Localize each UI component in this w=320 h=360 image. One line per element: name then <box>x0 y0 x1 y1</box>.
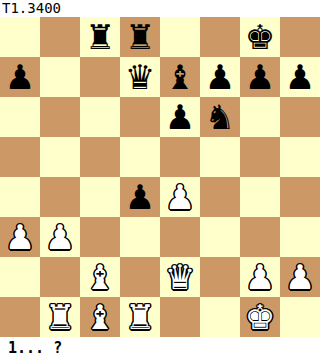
square-d2[interactable] <box>120 257 160 297</box>
square-d3[interactable] <box>120 217 160 257</box>
square-c8[interactable]: ♜ <box>80 17 120 57</box>
square-b3[interactable]: ♟ <box>40 217 80 257</box>
square-d4[interactable]: ♟ <box>120 177 160 217</box>
piece-white-rook: ♜ <box>125 297 155 337</box>
move-prompt: 1... ? <box>0 337 320 360</box>
square-e6[interactable]: ♟ <box>160 97 200 137</box>
square-d6[interactable] <box>120 97 160 137</box>
square-g1[interactable]: ♚ <box>240 297 280 337</box>
piece-white-pawn: ♟ <box>245 257 275 297</box>
piece-white-pawn: ♟ <box>45 217 75 257</box>
square-d8[interactable]: ♜ <box>120 17 160 57</box>
square-f8[interactable] <box>200 17 240 57</box>
piece-white-pawn: ♟ <box>285 257 315 297</box>
square-h7[interactable]: ♟ <box>280 57 320 97</box>
piece-white-king: ♚ <box>245 297 275 337</box>
square-h5[interactable] <box>280 137 320 177</box>
piece-white-pawn: ♟ <box>165 177 195 217</box>
square-f5[interactable] <box>200 137 240 177</box>
square-c1[interactable]: ♝ <box>80 297 120 337</box>
square-e4[interactable]: ♟ <box>160 177 200 217</box>
square-b1[interactable]: ♜ <box>40 297 80 337</box>
square-f2[interactable] <box>200 257 240 297</box>
piece-black-pawn: ♟ <box>5 57 35 97</box>
square-g5[interactable] <box>240 137 280 177</box>
square-f1[interactable] <box>200 297 240 337</box>
square-h3[interactable] <box>280 217 320 257</box>
square-f4[interactable] <box>200 177 240 217</box>
square-f3[interactable] <box>200 217 240 257</box>
piece-black-queen: ♛ <box>125 57 155 97</box>
square-a1[interactable] <box>0 297 40 337</box>
square-b7[interactable] <box>40 57 80 97</box>
square-a5[interactable] <box>0 137 40 177</box>
piece-white-bishop: ♝ <box>85 297 115 337</box>
square-h4[interactable] <box>280 177 320 217</box>
square-a7[interactable]: ♟ <box>0 57 40 97</box>
square-e8[interactable] <box>160 17 200 57</box>
chess-puzzle-window: T1.3400 ♜♜♚♟♛♝♟♟♟♟♞♟♟♟♟♝♛♟♟♜♝♜♚ 1... ? <box>0 0 320 360</box>
square-f7[interactable]: ♟ <box>200 57 240 97</box>
square-e7[interactable]: ♝ <box>160 57 200 97</box>
square-d5[interactable] <box>120 137 160 177</box>
piece-black-pawn: ♟ <box>125 177 155 217</box>
piece-white-rook: ♜ <box>45 297 75 337</box>
piece-white-bishop: ♝ <box>85 257 115 297</box>
piece-black-pawn: ♟ <box>245 57 275 97</box>
square-b2[interactable] <box>40 257 80 297</box>
puzzle-title: T1.3400 <box>0 0 320 17</box>
square-c6[interactable] <box>80 97 120 137</box>
piece-white-pawn: ♟ <box>5 217 35 257</box>
square-h2[interactable]: ♟ <box>280 257 320 297</box>
square-g4[interactable] <box>240 177 280 217</box>
square-c5[interactable] <box>80 137 120 177</box>
piece-black-rook: ♜ <box>125 17 155 57</box>
piece-black-pawn: ♟ <box>285 57 315 97</box>
piece-black-king: ♚ <box>245 17 275 57</box>
square-g7[interactable]: ♟ <box>240 57 280 97</box>
square-f6[interactable]: ♞ <box>200 97 240 137</box>
square-c4[interactable] <box>80 177 120 217</box>
square-h1[interactable] <box>280 297 320 337</box>
square-e5[interactable] <box>160 137 200 177</box>
square-e1[interactable] <box>160 297 200 337</box>
square-b4[interactable] <box>40 177 80 217</box>
square-b8[interactable] <box>40 17 80 57</box>
square-d1[interactable]: ♜ <box>120 297 160 337</box>
square-g3[interactable] <box>240 217 280 257</box>
piece-black-pawn: ♟ <box>205 57 235 97</box>
square-h8[interactable] <box>280 17 320 57</box>
square-h6[interactable] <box>280 97 320 137</box>
piece-black-rook: ♜ <box>85 17 115 57</box>
square-a3[interactable]: ♟ <box>0 217 40 257</box>
square-c2[interactable]: ♝ <box>80 257 120 297</box>
square-d7[interactable]: ♛ <box>120 57 160 97</box>
piece-white-queen: ♛ <box>165 257 195 297</box>
square-a2[interactable] <box>0 257 40 297</box>
square-c7[interactable] <box>80 57 120 97</box>
square-b5[interactable] <box>40 137 80 177</box>
piece-black-bishop: ♝ <box>165 57 195 97</box>
square-e2[interactable]: ♛ <box>160 257 200 297</box>
square-g8[interactable]: ♚ <box>240 17 280 57</box>
square-g2[interactable]: ♟ <box>240 257 280 297</box>
square-b6[interactable] <box>40 97 80 137</box>
square-e3[interactable] <box>160 217 200 257</box>
square-g6[interactable] <box>240 97 280 137</box>
square-a4[interactable] <box>0 177 40 217</box>
square-a8[interactable] <box>0 17 40 57</box>
piece-black-knight: ♞ <box>205 97 235 137</box>
square-a6[interactable] <box>0 97 40 137</box>
piece-black-pawn: ♟ <box>165 97 195 137</box>
chess-board[interactable]: ♜♜♚♟♛♝♟♟♟♟♞♟♟♟♟♝♛♟♟♜♝♜♚ <box>0 17 320 337</box>
square-c3[interactable] <box>80 217 120 257</box>
